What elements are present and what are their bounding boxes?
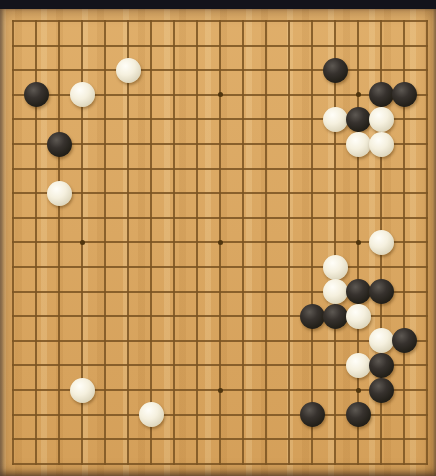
white-stone [323, 255, 348, 280]
white-stone [70, 378, 95, 403]
grid-vline [265, 20, 267, 465]
grid-vline [426, 20, 428, 465]
black-stone [300, 402, 325, 427]
star-point [356, 92, 361, 97]
black-stone [392, 82, 417, 107]
star-point [356, 240, 361, 245]
star-point [218, 92, 223, 97]
white-stone [346, 353, 371, 378]
white-stone [323, 107, 348, 132]
grid-hline [12, 340, 428, 342]
white-stone [47, 181, 72, 206]
grid-vline [242, 20, 244, 465]
grid-hline [12, 438, 428, 440]
black-stone [323, 304, 348, 329]
white-stone [70, 82, 95, 107]
window-top-bar [0, 0, 436, 9]
black-stone [369, 353, 394, 378]
white-stone [139, 402, 164, 427]
white-stone [369, 328, 394, 353]
black-stone [24, 82, 49, 107]
black-stone [323, 58, 348, 83]
white-stone [323, 279, 348, 304]
white-stone [369, 107, 394, 132]
star-point [356, 388, 361, 393]
white-stone [369, 132, 394, 157]
grid-hline [12, 463, 428, 465]
go-app-window [0, 0, 436, 476]
star-point [218, 388, 223, 393]
star-point [218, 240, 223, 245]
black-stone [369, 378, 394, 403]
star-point [80, 240, 85, 245]
grid-vline [334, 20, 336, 465]
black-stone [392, 328, 417, 353]
go-board[interactable] [0, 9, 436, 476]
black-stone [346, 107, 371, 132]
grid-vline [311, 20, 313, 465]
white-stone [116, 58, 141, 83]
white-stone [346, 304, 371, 329]
white-stone [369, 230, 394, 255]
black-stone [369, 279, 394, 304]
black-stone [369, 82, 394, 107]
grid-vline [288, 20, 290, 465]
white-stone [346, 132, 371, 157]
black-stone [300, 304, 325, 329]
grid-hline [12, 266, 428, 268]
black-stone [346, 279, 371, 304]
black-stone [346, 402, 371, 427]
black-stone [47, 132, 72, 157]
